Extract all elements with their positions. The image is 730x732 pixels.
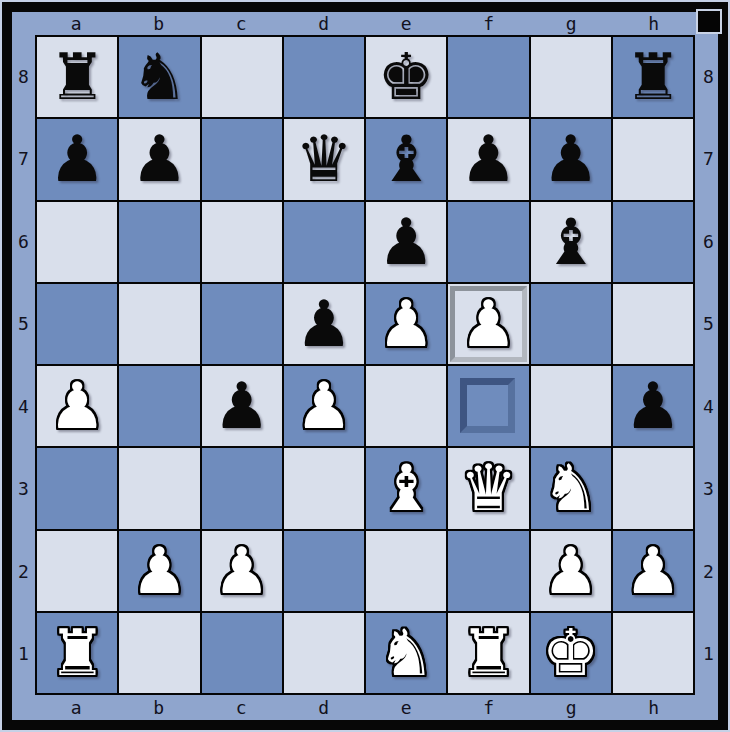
- black-bishop-e7: ♝: [377, 127, 434, 191]
- square-d2[interactable]: [284, 531, 364, 611]
- square-e2[interactable]: [366, 531, 446, 611]
- square-b3[interactable]: [119, 448, 199, 528]
- square-d6[interactable]: [284, 202, 364, 282]
- square-a1[interactable]: ♜: [37, 613, 117, 693]
- file-label-h: h: [613, 12, 696, 35]
- rank-label-1: 1: [12, 613, 35, 696]
- square-a2[interactable]: [37, 531, 117, 611]
- black-pawn-b7: ♟: [131, 127, 188, 191]
- black-pawn-h4: ♟: [624, 374, 681, 438]
- white-queen-f3: ♛: [460, 456, 517, 520]
- file-labels-top: abcdefgh: [35, 12, 695, 35]
- rank-label-2: 2: [12, 530, 35, 613]
- square-c5[interactable]: [202, 284, 282, 364]
- rank-label-4: 4: [697, 365, 720, 448]
- square-a8[interactable]: ♜: [37, 37, 117, 117]
- square-e3[interactable]: ♝: [366, 448, 446, 528]
- square-c7[interactable]: [202, 119, 282, 199]
- rank-label-5: 5: [697, 283, 720, 366]
- rank-labels-right: 87654321: [697, 35, 720, 695]
- file-label-d: d: [283, 696, 366, 719]
- white-pawn-d4: ♟: [295, 374, 352, 438]
- file-label-g: g: [530, 696, 613, 719]
- square-e8[interactable]: ♚: [366, 37, 446, 117]
- white-pawn-a4: ♟: [48, 374, 105, 438]
- square-h6[interactable]: [613, 202, 693, 282]
- square-g1[interactable]: ♚: [531, 613, 611, 693]
- file-label-a: a: [35, 12, 118, 35]
- black-pawn-d5: ♟: [295, 292, 352, 356]
- square-d4[interactable]: ♟: [284, 366, 364, 446]
- square-d3[interactable]: [284, 448, 364, 528]
- black-pawn-f7: ♟: [460, 127, 517, 191]
- square-g7[interactable]: ♟: [531, 119, 611, 199]
- file-label-b: b: [118, 12, 201, 35]
- black-pawn-c4: ♟: [213, 374, 270, 438]
- white-king-g1: ♚: [542, 621, 599, 685]
- white-knight-e1: ♞: [377, 621, 434, 685]
- square-f2[interactable]: [448, 531, 528, 611]
- square-b6[interactable]: [119, 202, 199, 282]
- rank-label-8: 8: [12, 35, 35, 118]
- black-bishop-g6: ♝: [542, 210, 599, 274]
- square-f3[interactable]: ♛: [448, 448, 528, 528]
- square-f7[interactable]: ♟: [448, 119, 528, 199]
- square-h2[interactable]: ♟: [613, 531, 693, 611]
- white-pawn-h2: ♟: [624, 539, 681, 603]
- square-b5[interactable]: [119, 284, 199, 364]
- file-label-c: c: [200, 696, 283, 719]
- rank-label-5: 5: [12, 283, 35, 366]
- black-pawn-g7: ♟: [542, 127, 599, 191]
- square-a4[interactable]: ♟: [37, 366, 117, 446]
- white-pawn-f5: ♟: [460, 292, 517, 356]
- square-c6[interactable]: [202, 202, 282, 282]
- square-h3[interactable]: [613, 448, 693, 528]
- rank-label-6: 6: [12, 200, 35, 283]
- square-b2[interactable]: ♟: [119, 531, 199, 611]
- white-pawn-g2: ♟: [542, 539, 599, 603]
- square-f1[interactable]: ♜: [448, 613, 528, 693]
- black-rook-a8: ♜: [48, 45, 105, 109]
- square-d8[interactable]: [284, 37, 364, 117]
- file-labels-bottom: abcdefgh: [35, 696, 695, 719]
- square-c1[interactable]: [202, 613, 282, 693]
- last-move-from-frame: [460, 378, 515, 433]
- square-c2[interactable]: ♟: [202, 531, 282, 611]
- file-label-a: a: [35, 696, 118, 719]
- square-c8[interactable]: [202, 37, 282, 117]
- square-d7[interactable]: ♛: [284, 119, 364, 199]
- file-label-e: e: [365, 696, 448, 719]
- white-pawn-e5: ♟: [377, 292, 434, 356]
- square-d1[interactable]: [284, 613, 364, 693]
- square-g8[interactable]: [531, 37, 611, 117]
- square-g5[interactable]: [531, 284, 611, 364]
- white-pawn-c2: ♟: [213, 539, 270, 603]
- rank-label-7: 7: [12, 118, 35, 201]
- rank-label-3: 3: [697, 448, 720, 531]
- square-f6[interactable]: [448, 202, 528, 282]
- white-bishop-e3: ♝: [377, 456, 434, 520]
- rank-labels-left: 87654321: [12, 35, 35, 695]
- chess-board-window: abcdefgh abcdefgh 87654321 87654321 ♜♞♚♜…: [0, 0, 730, 732]
- square-a5[interactable]: [37, 284, 117, 364]
- square-e7[interactable]: ♝: [366, 119, 446, 199]
- rank-label-7: 7: [697, 118, 720, 201]
- file-label-h: h: [613, 696, 696, 719]
- black-rook-h8: ♜: [624, 45, 681, 109]
- square-g3[interactable]: ♞: [531, 448, 611, 528]
- square-h5[interactable]: [613, 284, 693, 364]
- square-h1[interactable]: [613, 613, 693, 693]
- square-c3[interactable]: [202, 448, 282, 528]
- square-g6[interactable]: ♝: [531, 202, 611, 282]
- file-label-e: e: [365, 12, 448, 35]
- square-e1[interactable]: ♞: [366, 613, 446, 693]
- black-king-e8: ♚: [377, 45, 434, 109]
- black-pawn-a7: ♟: [48, 127, 105, 191]
- file-label-b: b: [118, 696, 201, 719]
- square-b7[interactable]: ♟: [119, 119, 199, 199]
- rank-label-8: 8: [697, 35, 720, 118]
- square-g2[interactable]: ♟: [531, 531, 611, 611]
- file-label-g: g: [530, 12, 613, 35]
- square-a7[interactable]: ♟: [37, 119, 117, 199]
- white-rook-a1: ♜: [48, 621, 105, 685]
- rank-label-4: 4: [12, 365, 35, 448]
- rank-label-6: 6: [697, 200, 720, 283]
- black-knight-b8: ♞: [131, 45, 188, 109]
- square-d5[interactable]: ♟: [284, 284, 364, 364]
- square-e6[interactable]: ♟: [366, 202, 446, 282]
- white-rook-f1: ♜: [460, 621, 517, 685]
- square-e5[interactable]: ♟: [366, 284, 446, 364]
- rank-label-1: 1: [697, 613, 720, 696]
- square-b1[interactable]: [119, 613, 199, 693]
- square-f8[interactable]: [448, 37, 528, 117]
- chess-board: ♜♞♚♜♟♟♛♝♟♟♟♝♟♟♟♟♟♟♟♝♛♞♟♟♟♟♜♞♜♚: [35, 35, 695, 695]
- rank-label-2: 2: [697, 530, 720, 613]
- square-f5[interactable]: ♟: [448, 284, 528, 364]
- black-pawn-e6: ♟: [377, 210, 434, 274]
- square-b8[interactable]: ♞: [119, 37, 199, 117]
- file-label-f: f: [448, 12, 531, 35]
- white-knight-g3: ♞: [542, 456, 599, 520]
- square-b4[interactable]: [119, 366, 199, 446]
- square-h8[interactable]: ♜: [613, 37, 693, 117]
- square-h4[interactable]: ♟: [613, 366, 693, 446]
- rank-label-3: 3: [12, 448, 35, 531]
- square-h7[interactable]: [613, 119, 693, 199]
- file-label-d: d: [283, 12, 366, 35]
- side-to-move-indicator: [696, 9, 722, 34]
- square-a6[interactable]: [37, 202, 117, 282]
- white-pawn-b2: ♟: [131, 539, 188, 603]
- file-label-c: c: [200, 12, 283, 35]
- file-label-f: f: [448, 696, 531, 719]
- square-a3[interactable]: [37, 448, 117, 528]
- square-e4[interactable]: [366, 366, 446, 446]
- black-queen-d7: ♛: [295, 127, 352, 191]
- square-f4[interactable]: [448, 366, 528, 446]
- square-g4[interactable]: [531, 366, 611, 446]
- square-c4[interactable]: ♟: [202, 366, 282, 446]
